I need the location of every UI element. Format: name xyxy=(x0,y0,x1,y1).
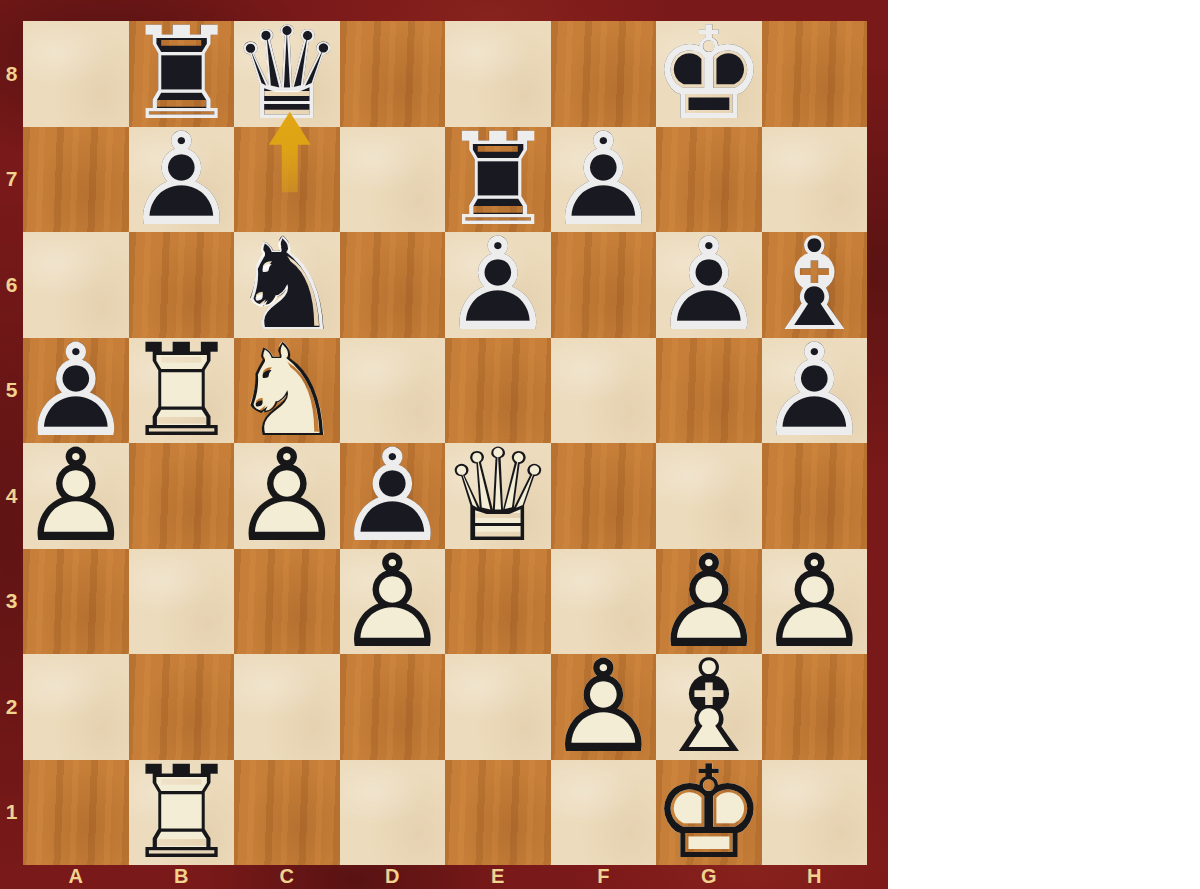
white-pawn-icon: ♟ xyxy=(220,429,354,563)
square-g5[interactable] xyxy=(656,338,762,444)
square-h5[interactable]: ♟♙ xyxy=(762,338,868,444)
square-b3[interactable] xyxy=(129,549,235,655)
square-e3[interactable] xyxy=(445,549,551,655)
square-h3[interactable]: ♟♙ xyxy=(762,549,868,655)
chess-board: ♜♖♛♕♚♔♟♙♜♖♟♙♞♘♟♙♟♙♝♗♟♙♜♖♞♘♟♙♟♙♟♙♟♙♛♕♟♙♟♙… xyxy=(23,21,867,865)
black-pawn-detail-icon: ♙ xyxy=(431,218,565,352)
square-a5[interactable]: ♟♙ xyxy=(23,338,129,444)
rank-label-7: 7 xyxy=(0,127,23,233)
file-label-f: F xyxy=(551,864,657,889)
file-label-c: C xyxy=(234,864,340,889)
square-a2[interactable] xyxy=(23,654,129,760)
square-f5[interactable] xyxy=(551,338,657,444)
square-g1[interactable]: ♚♔ xyxy=(656,760,762,866)
square-c2[interactable] xyxy=(234,654,340,760)
file-label-a: A xyxy=(23,864,129,889)
square-c7[interactable] xyxy=(234,127,340,233)
square-g6[interactable]: ♟♙ xyxy=(656,232,762,338)
white-rook-detail-icon: ♖ xyxy=(115,324,249,458)
square-d4[interactable]: ♟♙ xyxy=(340,443,446,549)
square-a8[interactable] xyxy=(23,21,129,127)
white-pawn-detail-icon: ♙ xyxy=(326,535,460,669)
square-b1[interactable]: ♜♖ xyxy=(129,760,235,866)
rank-label-4: 4 xyxy=(0,443,23,549)
square-e4[interactable]: ♛♕ xyxy=(445,443,551,549)
square-f8[interactable] xyxy=(551,21,657,127)
white-rook-detail-icon: ♖ xyxy=(115,746,249,880)
black-pawn-icon: ♟ xyxy=(642,218,776,352)
square-a3[interactable] xyxy=(23,549,129,655)
black-pawn-icon: ♟ xyxy=(326,429,460,563)
square-e2[interactable] xyxy=(445,654,551,760)
square-b4[interactable] xyxy=(129,443,235,549)
rank-label-6: 6 xyxy=(0,232,23,338)
rank-labels: 87654321 xyxy=(0,21,23,865)
square-f1[interactable] xyxy=(551,760,657,866)
white-pawn-detail-icon: ♙ xyxy=(537,640,671,774)
square-b8[interactable]: ♜♖ xyxy=(129,21,235,127)
square-e5[interactable] xyxy=(445,338,551,444)
black-pawn-detail-icon: ♙ xyxy=(748,324,882,458)
square-a1[interactable] xyxy=(23,760,129,866)
square-g2[interactable]: ♝♗ xyxy=(656,654,762,760)
square-g7[interactable] xyxy=(656,127,762,233)
square-c6[interactable]: ♞♘ xyxy=(234,232,340,338)
square-c8[interactable]: ♛♕ xyxy=(234,21,340,127)
square-d2[interactable] xyxy=(340,654,446,760)
square-a6[interactable] xyxy=(23,232,129,338)
black-queen-detail-icon: ♕ xyxy=(220,7,354,141)
black-king-icon: ♚ xyxy=(642,7,776,141)
square-h4[interactable] xyxy=(762,443,868,549)
square-d8[interactable] xyxy=(340,21,446,127)
black-knight-detail-icon: ♘ xyxy=(220,218,354,352)
square-f6[interactable] xyxy=(551,232,657,338)
square-d5[interactable] xyxy=(340,338,446,444)
black-bishop-icon: ♝ xyxy=(748,218,882,352)
black-rook-detail-icon: ♖ xyxy=(431,113,565,247)
square-f2[interactable]: ♟♙ xyxy=(551,654,657,760)
square-d1[interactable] xyxy=(340,760,446,866)
square-a7[interactable] xyxy=(23,127,129,233)
white-pawn-icon: ♟ xyxy=(326,535,460,669)
black-queen-icon: ♛ xyxy=(220,7,354,141)
black-pawn-icon: ♟ xyxy=(115,113,249,247)
white-bishop-icon: ♝ xyxy=(642,640,776,774)
white-pawn-detail-icon: ♙ xyxy=(220,429,354,563)
square-c3[interactable] xyxy=(234,549,340,655)
file-label-h: H xyxy=(762,864,868,889)
black-rook-detail-icon: ♖ xyxy=(115,7,249,141)
black-bishop-detail-icon: ♗ xyxy=(748,218,882,352)
square-h7[interactable] xyxy=(762,127,868,233)
file-label-d: D xyxy=(340,864,446,889)
white-rook-icon: ♜ xyxy=(115,324,249,458)
black-pawn-detail-icon: ♙ xyxy=(326,429,460,563)
square-f3[interactable] xyxy=(551,549,657,655)
square-g4[interactable] xyxy=(656,443,762,549)
black-rook-icon: ♜ xyxy=(115,7,249,141)
black-rook-icon: ♜ xyxy=(431,113,565,247)
square-h2[interactable] xyxy=(762,654,868,760)
page: 87654321 ABCDEFGH ♜♖♛♕♚♔♟♙♜♖♟♙♞♘♟♙♟♙♝♗♟♙… xyxy=(0,0,1200,889)
white-pawn-detail-icon: ♙ xyxy=(642,535,776,669)
square-e8[interactable] xyxy=(445,21,551,127)
white-king-detail-icon: ♔ xyxy=(642,746,776,880)
square-d6[interactable] xyxy=(340,232,446,338)
square-e7[interactable]: ♜♖ xyxy=(445,127,551,233)
square-g8[interactable]: ♚♔ xyxy=(656,21,762,127)
rank-label-3: 3 xyxy=(0,549,23,655)
white-pawn-detail-icon: ♙ xyxy=(9,429,143,563)
black-pawn-detail-icon: ♙ xyxy=(537,113,671,247)
black-king-detail-icon: ♔ xyxy=(642,7,776,141)
white-bishop-detail-icon: ♗ xyxy=(642,640,776,774)
square-f4[interactable] xyxy=(551,443,657,549)
square-e6[interactable]: ♟♙ xyxy=(445,232,551,338)
file-label-g: G xyxy=(656,864,762,889)
square-b5[interactable]: ♜♖ xyxy=(129,338,235,444)
square-g3[interactable]: ♟♙ xyxy=(656,549,762,655)
square-d3[interactable]: ♟♙ xyxy=(340,549,446,655)
black-pawn-detail-icon: ♙ xyxy=(642,218,776,352)
rank-label-2: 2 xyxy=(0,654,23,760)
black-pawn-detail-icon: ♙ xyxy=(9,324,143,458)
square-b2[interactable] xyxy=(129,654,235,760)
white-rook-icon: ♜ xyxy=(115,746,249,880)
rank-label-8: 8 xyxy=(0,21,23,127)
black-pawn-icon: ♟ xyxy=(748,324,882,458)
square-h6[interactable]: ♝♗ xyxy=(762,232,868,338)
white-pawn-icon: ♟ xyxy=(748,535,882,669)
white-pawn-detail-icon: ♙ xyxy=(748,535,882,669)
white-pawn-icon: ♟ xyxy=(9,429,143,563)
square-f7[interactable]: ♟♙ xyxy=(551,127,657,233)
square-c1[interactable] xyxy=(234,760,340,866)
white-knight-detail-icon: ♘ xyxy=(220,324,354,458)
square-a4[interactable]: ♟♙ xyxy=(23,443,129,549)
square-b6[interactable] xyxy=(129,232,235,338)
white-pawn-icon: ♟ xyxy=(537,640,671,774)
white-queen-icon: ♛ xyxy=(431,429,565,563)
square-c4[interactable]: ♟♙ xyxy=(234,443,340,549)
black-pawn-icon: ♟ xyxy=(537,113,671,247)
file-label-b: B xyxy=(129,864,235,889)
square-c5[interactable]: ♞♘ xyxy=(234,338,340,444)
white-pawn-icon: ♟ xyxy=(642,535,776,669)
square-d7[interactable] xyxy=(340,127,446,233)
black-pawn-icon: ♟ xyxy=(9,324,143,458)
square-h1[interactable] xyxy=(762,760,868,866)
white-knight-icon: ♞ xyxy=(220,324,354,458)
black-pawn-detail-icon: ♙ xyxy=(115,113,249,247)
rank-label-1: 1 xyxy=(0,760,23,866)
square-e1[interactable] xyxy=(445,760,551,866)
file-labels: ABCDEFGH xyxy=(23,864,867,889)
black-pawn-icon: ♟ xyxy=(431,218,565,352)
file-label-e: E xyxy=(445,864,551,889)
white-king-icon: ♚ xyxy=(642,746,776,880)
white-queen-detail-icon: ♕ xyxy=(431,429,565,563)
black-knight-icon: ♞ xyxy=(220,218,354,352)
square-h8[interactable] xyxy=(762,21,868,127)
square-b7[interactable]: ♟♙ xyxy=(129,127,235,233)
rank-label-5: 5 xyxy=(0,338,23,444)
